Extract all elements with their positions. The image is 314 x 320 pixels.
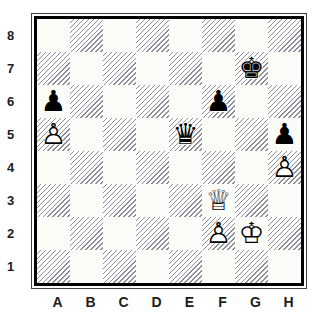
piece-white-queen: ♛♕ — [202, 184, 235, 217]
square-a6[interactable]: ♟ — [37, 85, 70, 118]
square-g3[interactable] — [235, 184, 268, 217]
square-d4[interactable] — [136, 151, 169, 184]
white-king-glyph: ♔ — [239, 218, 265, 247]
square-b6[interactable] — [70, 85, 103, 118]
square-h5[interactable]: ♟ — [268, 118, 301, 151]
square-c4[interactable] — [103, 151, 136, 184]
black-queen-glyph: ♛ — [173, 119, 199, 148]
square-g6[interactable] — [235, 85, 268, 118]
square-g8[interactable] — [235, 19, 268, 52]
square-a2[interactable] — [37, 217, 70, 250]
square-g4[interactable] — [235, 151, 268, 184]
piece-black-pawn: ♟ — [202, 85, 235, 118]
square-d8[interactable] — [136, 19, 169, 52]
square-g5[interactable] — [235, 118, 268, 151]
white-pawn-glyph: ♙ — [272, 152, 298, 181]
file-label-e: E — [173, 294, 206, 310]
chess-board: ♚♟♟♟♙♛♟♟♙♛♕♟♙♚♔ — [37, 19, 301, 283]
black-king-glyph: ♚ — [239, 53, 265, 82]
square-c2[interactable] — [103, 217, 136, 250]
white-pawn-glyph: ♙ — [41, 119, 67, 148]
file-label-a: A — [41, 294, 74, 310]
rank-label-7: 7 — [4, 52, 17, 85]
square-g7[interactable]: ♚ — [235, 52, 268, 85]
square-a3[interactable] — [37, 184, 70, 217]
square-b8[interactable] — [70, 19, 103, 52]
file-label-c: C — [107, 294, 140, 310]
square-f8[interactable] — [202, 19, 235, 52]
square-g1[interactable] — [235, 250, 268, 283]
square-c8[interactable] — [103, 19, 136, 52]
black-pawn-glyph: ♟ — [272, 119, 298, 148]
square-e5[interactable]: ♛ — [169, 118, 202, 151]
rank-label-1: 1 — [4, 250, 17, 283]
square-h4[interactable]: ♟♙ — [268, 151, 301, 184]
rank-label-8: 8 — [4, 19, 17, 52]
square-b4[interactable] — [70, 151, 103, 184]
file-label-f: F — [206, 294, 239, 310]
square-e7[interactable] — [169, 52, 202, 85]
square-h8[interactable] — [268, 19, 301, 52]
square-e1[interactable] — [169, 250, 202, 283]
board-outer-frame: ♚♟♟♟♙♛♟♟♙♛♕♟♙♚♔ — [31, 13, 307, 289]
rank-label-5: 5 — [4, 118, 17, 151]
square-c7[interactable] — [103, 52, 136, 85]
file-label-g: G — [239, 294, 272, 310]
rank-label-3: 3 — [4, 184, 17, 217]
black-pawn-glyph: ♟ — [206, 86, 232, 115]
rank-label-2: 2 — [4, 217, 17, 250]
file-labels: ABCDEFGH — [41, 294, 307, 310]
square-f6[interactable]: ♟ — [202, 85, 235, 118]
square-a8[interactable] — [37, 19, 70, 52]
square-f7[interactable] — [202, 52, 235, 85]
square-a1[interactable] — [37, 250, 70, 283]
file-label-d: D — [140, 294, 173, 310]
square-g2[interactable]: ♚♔ — [235, 217, 268, 250]
square-d5[interactable] — [136, 118, 169, 151]
square-a4[interactable] — [37, 151, 70, 184]
file-label-b: B — [74, 294, 107, 310]
square-c3[interactable] — [103, 184, 136, 217]
square-h6[interactable] — [268, 85, 301, 118]
square-d3[interactable] — [136, 184, 169, 217]
piece-white-king: ♚♔ — [235, 217, 268, 250]
square-f1[interactable] — [202, 250, 235, 283]
square-a5[interactable]: ♟♙ — [37, 118, 70, 151]
square-h3[interactable] — [268, 184, 301, 217]
piece-black-pawn: ♟ — [37, 85, 70, 118]
square-d6[interactable] — [136, 85, 169, 118]
square-e3[interactable] — [169, 184, 202, 217]
black-pawn-glyph: ♟ — [41, 86, 67, 115]
square-b7[interactable] — [70, 52, 103, 85]
piece-black-queen: ♛ — [169, 118, 202, 151]
piece-white-pawn: ♟♙ — [37, 118, 70, 151]
square-b3[interactable] — [70, 184, 103, 217]
square-b1[interactable] — [70, 250, 103, 283]
rank-labels: 87654321 — [4, 13, 17, 283]
square-b2[interactable] — [70, 217, 103, 250]
square-d1[interactable] — [136, 250, 169, 283]
white-queen-glyph: ♕ — [206, 185, 232, 214]
piece-black-king: ♚ — [235, 52, 268, 85]
square-b5[interactable] — [70, 118, 103, 151]
square-e4[interactable] — [169, 151, 202, 184]
piece-white-pawn: ♟♙ — [202, 217, 235, 250]
square-e2[interactable] — [169, 217, 202, 250]
square-f2[interactable]: ♟♙ — [202, 217, 235, 250]
square-h7[interactable] — [268, 52, 301, 85]
diagram-wrapper: 87654321 ♚♟♟♟♙♛♟♟♙♛♕♟♙♚♔ ABCDEFGH — [4, 13, 307, 310]
rank-label-4: 4 — [4, 151, 17, 184]
square-e8[interactable] — [169, 19, 202, 52]
piece-white-pawn: ♟♙ — [268, 151, 301, 184]
square-d7[interactable] — [136, 52, 169, 85]
piece-black-pawn: ♟ — [268, 118, 301, 151]
square-h1[interactable] — [268, 250, 301, 283]
square-f4[interactable] — [202, 151, 235, 184]
square-f3[interactable]: ♛♕ — [202, 184, 235, 217]
square-d2[interactable] — [136, 217, 169, 250]
file-label-h: H — [272, 294, 305, 310]
square-c6[interactable] — [103, 85, 136, 118]
square-h2[interactable] — [268, 217, 301, 250]
square-c5[interactable] — [103, 118, 136, 151]
chess-diagram: 87654321 ♚♟♟♟♙♛♟♟♙♛♕♟♙♚♔ ABCDEFGH — [0, 0, 314, 320]
rank-label-6: 6 — [4, 85, 17, 118]
square-f5[interactable] — [202, 118, 235, 151]
square-a7[interactable] — [37, 52, 70, 85]
board-inner-frame: ♚♟♟♟♙♛♟♟♙♛♕♟♙♚♔ — [34, 16, 304, 286]
white-pawn-glyph: ♙ — [206, 218, 232, 247]
square-c1[interactable] — [103, 250, 136, 283]
square-e6[interactable] — [169, 85, 202, 118]
